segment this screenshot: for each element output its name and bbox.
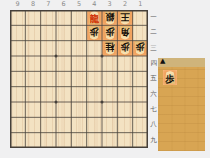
board-cell-1-4[interactable] — [133, 56, 148, 71]
sente-komadai: ▲ 歩 — [158, 58, 205, 151]
shogi-piece-歩[interactable]: 歩 — [164, 71, 177, 85]
piece-kanji: 歩 — [136, 43, 146, 55]
board-cell-7-4[interactable] — [41, 56, 56, 71]
piece-kanji: 歩 — [90, 27, 100, 39]
board-cell-9-1[interactable] — [10, 10, 25, 25]
file-label: 6 — [56, 0, 71, 9]
board-cell-6-6[interactable] — [56, 87, 71, 102]
board-cell-4-2[interactable]: 歩 — [87, 25, 102, 40]
board-cell-3-4[interactable] — [102, 56, 117, 71]
board-cell-8-9[interactable] — [25, 133, 40, 148]
board-cell-1-2[interactable] — [133, 25, 148, 40]
board-cell-6-3[interactable] — [56, 41, 71, 56]
board-cell-1-5[interactable] — [133, 71, 148, 86]
board-cell-8-4[interactable] — [25, 56, 40, 71]
board-cell-3-6[interactable] — [102, 87, 117, 102]
rank-label: 五 — [149, 71, 158, 86]
board-cell-9-9[interactable] — [10, 133, 25, 148]
piece-kanji: 歩 — [165, 72, 175, 84]
shogi-piece-歩[interactable]: 歩 — [119, 42, 132, 56]
board-cell-5-7[interactable] — [71, 102, 86, 117]
board-cell-6-7[interactable] — [56, 102, 71, 117]
shogi-piece-歩[interactable]: 歩 — [134, 42, 147, 56]
rank-label: 三 — [149, 41, 158, 56]
board-cell-9-7[interactable] — [10, 102, 25, 117]
board-cell-5-1[interactable] — [71, 10, 86, 25]
file-label: 3 — [102, 0, 117, 9]
board-cell-9-3[interactable] — [10, 41, 25, 56]
board-cell-2-8[interactable] — [117, 117, 132, 132]
board-cell-1-6[interactable] — [133, 87, 148, 102]
board-cell-9-6[interactable] — [10, 87, 25, 102]
rank-label: 九 — [149, 133, 158, 148]
board-cell-7-3[interactable] — [41, 41, 56, 56]
board-cell-6-1[interactable] — [56, 10, 71, 25]
file-label: 8 — [25, 0, 40, 9]
board-cell-1-8[interactable] — [133, 117, 148, 132]
board-cell-3-1[interactable]: 銀 — [102, 10, 117, 25]
board-cell-9-2[interactable] — [10, 25, 25, 40]
board-cell-5-3[interactable] — [71, 41, 86, 56]
rank-label: 一 — [149, 10, 158, 25]
board-cell-3-7[interactable] — [102, 102, 117, 117]
board-cell-8-8[interactable] — [25, 117, 40, 132]
rank-labels: 一二三四五六七八九 — [149, 10, 158, 148]
shogi-piece-銀[interactable]: 銀 — [103, 11, 116, 25]
board-cell-8-6[interactable] — [25, 87, 40, 102]
board-cell-7-6[interactable] — [41, 87, 56, 102]
piece-kanji: 歩 — [105, 27, 115, 39]
board-cell-6-2[interactable] — [56, 25, 71, 40]
shogi-piece-歩[interactable]: 歩 — [88, 26, 101, 40]
shogi-piece-角[interactable]: 角 — [119, 26, 132, 40]
board-cell-5-9[interactable] — [71, 133, 86, 148]
shogi-piece-王[interactable]: 王 — [119, 11, 132, 25]
rank-label: 二 — [149, 25, 158, 40]
board-cell-4-3[interactable] — [87, 41, 102, 56]
piece-kanji: 王 — [120, 12, 130, 24]
board-cell-5-2[interactable] — [71, 25, 86, 40]
board-cell-3-9[interactable] — [102, 133, 117, 148]
board-cell-5-5[interactable] — [71, 71, 86, 86]
rank-label: 八 — [149, 117, 158, 132]
board-cell-7-1[interactable] — [41, 10, 56, 25]
board-cell-9-4[interactable] — [10, 56, 25, 71]
board-cell-5-8[interactable] — [71, 117, 86, 132]
board-cell-7-7[interactable] — [41, 102, 56, 117]
board-cell-6-9[interactable] — [56, 133, 71, 148]
rank-label: 四 — [149, 56, 158, 71]
board-cell-4-8[interactable] — [87, 117, 102, 132]
komadai-header: ▲ — [158, 58, 205, 67]
board-cell-4-4[interactable] — [87, 56, 102, 71]
shogi-piece-桂[interactable]: 桂 — [103, 42, 116, 56]
board-cell-7-9[interactable] — [41, 133, 56, 148]
shogi-piece-龍[interactable]: 龍 — [88, 11, 101, 25]
sente-hand-area: 歩 — [163, 70, 202, 148]
board-cell-8-2[interactable] — [25, 25, 40, 40]
piece-kanji: 桂 — [105, 43, 115, 55]
board-cell-2-7[interactable] — [117, 102, 132, 117]
board-cell-2-5[interactable] — [117, 71, 132, 86]
board-cell-1-3[interactable]: 歩 — [133, 41, 148, 56]
rank-label: 六 — [149, 87, 158, 102]
file-labels: 987654321 — [10, 0, 148, 9]
board-cell-5-4[interactable] — [71, 56, 86, 71]
file-label: 5 — [71, 0, 86, 9]
board-cell-3-2[interactable]: 歩 — [102, 25, 117, 40]
piece-kanji: 銀 — [105, 12, 115, 24]
board-cell-9-8[interactable] — [10, 117, 25, 132]
board-cell-3-8[interactable] — [102, 117, 117, 132]
board-cell-1-7[interactable] — [133, 102, 148, 117]
piece-kanji: 角 — [120, 27, 130, 39]
board-cell-7-5[interactable] — [41, 71, 56, 86]
board-cell-2-2[interactable]: 角 — [117, 25, 132, 40]
board-cell-8-1[interactable] — [25, 10, 40, 25]
shogi-diagram-page: 987654321 龍銀王歩歩角桂歩歩 一二三四五六七八九 ▲ 歩 — [0, 0, 210, 158]
board-cell-2-6[interactable] — [117, 87, 132, 102]
board-cell-2-3[interactable]: 歩 — [117, 41, 132, 56]
file-label: 4 — [87, 0, 102, 9]
board-cell-7-8[interactable] — [41, 117, 56, 132]
board-cell-6-5[interactable] — [56, 71, 71, 86]
piece-kanji: 歩 — [120, 43, 130, 55]
board-cell-2-4[interactable] — [117, 56, 132, 71]
shogi-board-cells: 龍銀王歩歩角桂歩歩 — [10, 10, 148, 148]
board-cell-2-9[interactable] — [117, 133, 132, 148]
file-label: 1 — [133, 0, 148, 9]
board-cell-4-1[interactable]: 龍 — [87, 10, 102, 25]
board-cell-8-3[interactable] — [25, 41, 40, 56]
board-cell-4-5[interactable] — [87, 71, 102, 86]
board-cell-6-8[interactable] — [56, 117, 71, 132]
board-cell-4-7[interactable] — [87, 102, 102, 117]
board-cell-3-5[interactable] — [102, 71, 117, 86]
board-cell-4-6[interactable] — [87, 87, 102, 102]
board-cell-5-6[interactable] — [71, 87, 86, 102]
board-cell-4-9[interactable] — [87, 133, 102, 148]
file-label: 7 — [41, 0, 56, 9]
shogi-piece-歩[interactable]: 歩 — [103, 26, 116, 40]
board-cell-9-5[interactable] — [10, 71, 25, 86]
board-cell-8-7[interactable] — [25, 102, 40, 117]
board-cell-2-1[interactable]: 王 — [117, 10, 132, 25]
board-cell-6-4[interactable] — [56, 56, 71, 71]
piece-kanji: 龍 — [90, 12, 100, 24]
board-cell-8-5[interactable] — [25, 71, 40, 86]
board-cell-3-3[interactable]: 桂 — [102, 41, 117, 56]
hand-piece-slot: 歩 — [163, 70, 177, 85]
board-cell-7-2[interactable] — [41, 25, 56, 40]
sente-triangle-icon: ▲ — [160, 57, 165, 66]
shogi-board: 龍銀王歩歩角桂歩歩 — [10, 10, 148, 148]
board-cell-1-1[interactable] — [133, 10, 148, 25]
file-label: 9 — [10, 0, 25, 9]
file-label: 2 — [117, 0, 132, 9]
board-cell-1-9[interactable] — [133, 133, 148, 148]
rank-label: 七 — [149, 102, 158, 117]
